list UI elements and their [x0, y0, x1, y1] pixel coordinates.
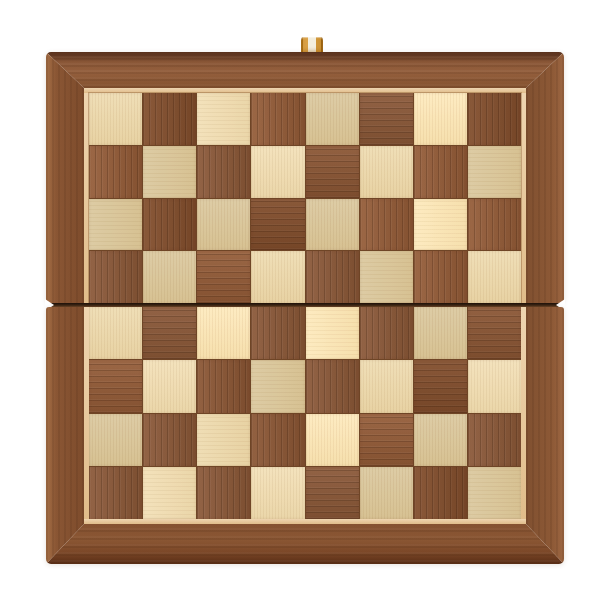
square-g2 — [414, 414, 467, 466]
square-g5 — [414, 251, 467, 303]
product-photo-background — [0, 0, 610, 610]
square-c2 — [197, 414, 250, 466]
maple-border-strip-left-lower — [84, 307, 89, 519]
square-g4 — [414, 307, 467, 359]
square-e4 — [306, 307, 359, 359]
square-b5 — [143, 251, 196, 303]
square-f8 — [360, 93, 413, 145]
square-h6 — [468, 199, 521, 251]
square-d2 — [251, 414, 304, 466]
square-h4 — [468, 307, 521, 359]
frame-left-lower — [46, 307, 84, 564]
square-f4 — [360, 307, 413, 359]
square-a3 — [89, 360, 142, 412]
square-d7 — [251, 146, 304, 198]
square-f3 — [360, 360, 413, 412]
square-e5 — [306, 251, 359, 303]
square-h2 — [468, 414, 521, 466]
frame-left-upper — [46, 52, 84, 303]
square-f2 — [360, 414, 413, 466]
square-c6 — [197, 199, 250, 251]
square-c7 — [197, 146, 250, 198]
square-f1 — [360, 467, 413, 519]
square-a8 — [89, 93, 142, 145]
square-e3 — [306, 360, 359, 412]
maple-border-strip-right-lower — [521, 307, 526, 519]
board-bottom-half — [46, 307, 564, 564]
maple-border-strip-right-upper — [521, 93, 526, 303]
maple-border-strip-bottom — [84, 519, 526, 524]
square-e6 — [306, 199, 359, 251]
frame-top — [46, 52, 564, 88]
square-a2 — [89, 414, 142, 466]
square-a1 — [89, 467, 142, 519]
square-a7 — [89, 146, 142, 198]
square-b4 — [143, 307, 196, 359]
folding-chess-board — [46, 52, 564, 564]
square-b8 — [143, 93, 196, 145]
frame-right-upper — [526, 52, 564, 303]
square-c5 — [197, 251, 250, 303]
square-f7 — [360, 146, 413, 198]
squares-grid-upper — [89, 93, 521, 303]
square-c1 — [197, 467, 250, 519]
square-b7 — [143, 146, 196, 198]
square-a4 — [89, 307, 142, 359]
square-g6 — [414, 199, 467, 251]
square-c3 — [197, 360, 250, 412]
board-top-half — [46, 52, 564, 303]
square-h1 — [468, 467, 521, 519]
square-d1 — [251, 467, 304, 519]
square-c4 — [197, 307, 250, 359]
square-e8 — [306, 93, 359, 145]
square-d8 — [251, 93, 304, 145]
square-f5 — [360, 251, 413, 303]
square-c8 — [197, 93, 250, 145]
square-b3 — [143, 360, 196, 412]
square-a6 — [89, 199, 142, 251]
square-g7 — [414, 146, 467, 198]
square-g3 — [414, 360, 467, 412]
square-g8 — [414, 93, 467, 145]
square-d5 — [251, 251, 304, 303]
frame-right-lower — [526, 307, 564, 564]
square-h7 — [468, 146, 521, 198]
square-h8 — [468, 93, 521, 145]
square-d6 — [251, 199, 304, 251]
square-e1 — [306, 467, 359, 519]
square-b2 — [143, 414, 196, 466]
square-b6 — [143, 199, 196, 251]
squares-grid-lower — [89, 307, 521, 519]
square-b1 — [143, 467, 196, 519]
square-h3 — [468, 360, 521, 412]
square-f6 — [360, 199, 413, 251]
square-e7 — [306, 146, 359, 198]
square-e2 — [306, 414, 359, 466]
frame-bottom — [46, 524, 564, 564]
square-d4 — [251, 307, 304, 359]
square-d3 — [251, 360, 304, 412]
square-h5 — [468, 251, 521, 303]
square-g1 — [414, 467, 467, 519]
square-a5 — [89, 251, 142, 303]
